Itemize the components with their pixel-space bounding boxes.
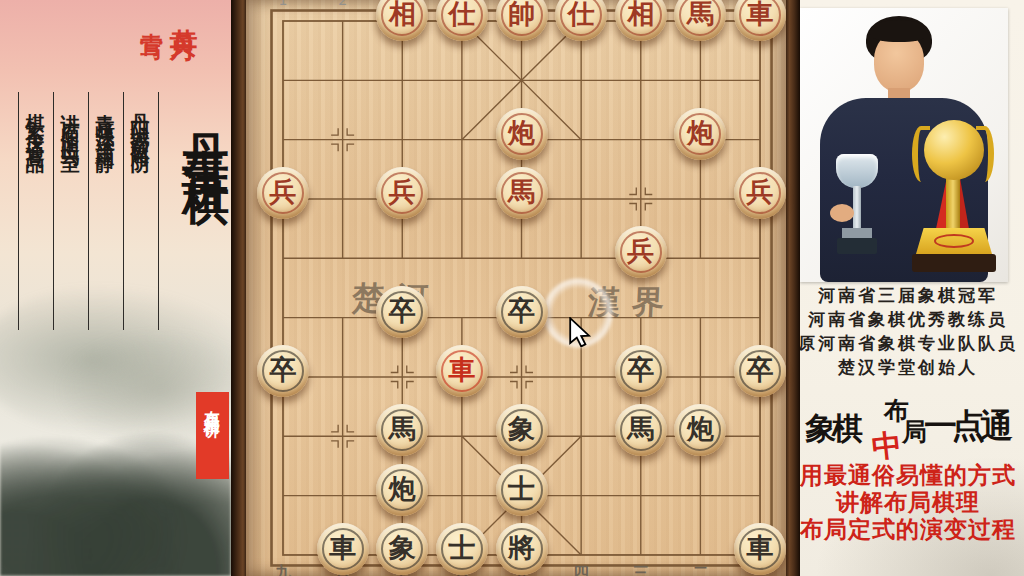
poem-line: 讲席旧逢山鸟至 bbox=[53, 98, 88, 328]
slogan-line: 用最通俗易懂的方式 bbox=[800, 462, 1024, 489]
piece-glyph: 士 bbox=[436, 523, 488, 575]
file-label-bottom: 四 bbox=[569, 563, 593, 576]
video-frame: 青写 黄丹 丹阳城南秋海阴青嶂浅深当雨静讲席旧逢山鸟至棋玄不厌通高品 丹青讲棋 … bbox=[0, 0, 1024, 576]
piece-glyph: 兵 bbox=[615, 226, 667, 278]
piece-black-象[interactable]: 象 bbox=[376, 523, 428, 575]
piece-red-仕[interactable]: 仕 bbox=[555, 0, 607, 41]
board-frame-right bbox=[786, 0, 800, 576]
mouse-cursor bbox=[569, 317, 595, 347]
piece-black-炮[interactable]: 炮 bbox=[376, 464, 428, 516]
piece-glyph: 仕 bbox=[555, 0, 607, 41]
piece-black-炮[interactable]: 炮 bbox=[674, 404, 726, 456]
piece-black-象[interactable]: 象 bbox=[496, 404, 548, 456]
piece-black-卒[interactable]: 卒 bbox=[496, 286, 548, 338]
photo-fringe bbox=[870, 20, 928, 42]
piece-black-卒[interactable]: 卒 bbox=[257, 345, 309, 397]
file-label-bottom: 九 bbox=[271, 563, 295, 576]
piece-red-相[interactable]: 相 bbox=[615, 0, 667, 41]
piece-red-帥[interactable]: 帥 bbox=[496, 0, 548, 41]
piece-glyph: 馬 bbox=[496, 167, 548, 219]
brand-logo: 象棋 布 局 中 一点通 bbox=[800, 394, 1024, 460]
piece-glyph: 炮 bbox=[674, 108, 726, 160]
piece-glyph: 兵 bbox=[257, 167, 309, 219]
piece-red-兵[interactable]: 兵 bbox=[376, 167, 428, 219]
piece-black-車[interactable]: 車 bbox=[317, 523, 369, 575]
instructor-credentials: 河南省三届象棋冠军河南省象棋优秀教练员原河南省象棋专业队队员楚汉学堂创始人 bbox=[800, 284, 1024, 380]
credential-line: 河南省三届象棋冠军 bbox=[800, 284, 1024, 308]
seal-right: 黄丹 bbox=[169, 6, 197, 26]
credential-line: 楚汉学堂创始人 bbox=[800, 356, 1024, 380]
piece-glyph: 車 bbox=[734, 523, 786, 575]
piece-glyph: 仕 bbox=[436, 0, 488, 41]
piece-glyph: 車 bbox=[436, 345, 488, 397]
piece-black-馬[interactable]: 馬 bbox=[376, 404, 428, 456]
logo-xiangqi: 象棋 bbox=[805, 408, 859, 450]
logo-yidiantong: 一点通 bbox=[924, 404, 1008, 449]
slogan-line: 布局定式的演变过程 bbox=[800, 516, 1024, 543]
course-slogans: 用最通俗易懂的方式讲解布局棋理布局定式的演变过程 bbox=[800, 462, 1024, 543]
piece-black-卒[interactable]: 卒 bbox=[734, 345, 786, 397]
series-badge: 布局精讲 bbox=[196, 392, 229, 479]
poem-line: 丹阳城南秋海阴 bbox=[123, 98, 158, 328]
piece-glyph: 馬 bbox=[376, 404, 428, 456]
piece-glyph: 炮 bbox=[496, 108, 548, 160]
piece-red-炮[interactable]: 炮 bbox=[496, 108, 548, 160]
right-info-panel: 河南省三届象棋冠军河南省象棋优秀教练员原河南省象棋专业队队员楚汉学堂创始人 象棋… bbox=[800, 0, 1024, 576]
piece-glyph: 卒 bbox=[615, 345, 667, 397]
piece-black-將[interactable]: 將 bbox=[496, 523, 548, 575]
piece-glyph: 相 bbox=[376, 0, 428, 41]
piece-red-車[interactable]: 車 bbox=[436, 345, 488, 397]
show-title: 丹青讲棋 bbox=[182, 96, 230, 386]
piece-glyph: 兵 bbox=[376, 167, 428, 219]
piece-glyph: 象 bbox=[376, 523, 428, 575]
calligraphy-seals: 青写 黄丹 bbox=[140, 6, 220, 26]
piece-glyph: 炮 bbox=[674, 404, 726, 456]
gold-trophy bbox=[912, 116, 1002, 282]
piece-red-馬[interactable]: 馬 bbox=[674, 0, 726, 41]
piece-black-士[interactable]: 士 bbox=[496, 464, 548, 516]
piece-glyph: 象 bbox=[496, 404, 548, 456]
piece-glyph: 卒 bbox=[496, 286, 548, 338]
piece-red-兵[interactable]: 兵 bbox=[257, 167, 309, 219]
piece-red-兵[interactable]: 兵 bbox=[615, 226, 667, 278]
poem-line: 青嶂浅深当雨静 bbox=[88, 98, 123, 328]
piece-glyph: 士 bbox=[496, 464, 548, 516]
piece-red-仕[interactable]: 仕 bbox=[436, 0, 488, 41]
piece-black-士[interactable]: 士 bbox=[436, 523, 488, 575]
piece-glyph: 馬 bbox=[674, 0, 726, 41]
file-label-top: 2 bbox=[331, 0, 355, 8]
slogan-line: 讲解布局棋理 bbox=[800, 489, 1024, 516]
file-label-top: 1 bbox=[271, 0, 295, 8]
file-label-bottom: 三 bbox=[629, 563, 653, 576]
photo-hand bbox=[830, 204, 854, 222]
piece-glyph: 卒 bbox=[376, 286, 428, 338]
piece-black-馬[interactable]: 馬 bbox=[615, 404, 667, 456]
piece-glyph: 卒 bbox=[734, 345, 786, 397]
piece-red-炮[interactable]: 炮 bbox=[674, 108, 726, 160]
piece-black-卒[interactable]: 卒 bbox=[376, 286, 428, 338]
credential-line: 河南省象棋优秀教练员 bbox=[800, 308, 1024, 332]
piece-glyph: 車 bbox=[734, 0, 786, 41]
piece-glyph: 相 bbox=[615, 0, 667, 41]
credential-line: 原河南省象棋专业队队员 bbox=[800, 332, 1024, 356]
piece-black-卒[interactable]: 卒 bbox=[615, 345, 667, 397]
piece-glyph: 卒 bbox=[257, 345, 309, 397]
seal-left: 青写 bbox=[140, 14, 163, 26]
piece-black-車[interactable]: 車 bbox=[734, 523, 786, 575]
piece-red-兵[interactable]: 兵 bbox=[734, 167, 786, 219]
piece-red-車[interactable]: 車 bbox=[734, 0, 786, 41]
piece-red-相[interactable]: 相 bbox=[376, 0, 428, 41]
piece-glyph: 帥 bbox=[496, 0, 548, 41]
piece-glyph: 馬 bbox=[615, 404, 667, 456]
poem-line: 棋玄不厌通高品 bbox=[18, 98, 53, 328]
piece-red-馬[interactable]: 馬 bbox=[496, 167, 548, 219]
instructor-photo bbox=[800, 8, 1008, 282]
piece-glyph: 將 bbox=[496, 523, 548, 575]
piece-glyph: 車 bbox=[317, 523, 369, 575]
left-art-panel: 青写 黄丹 丹阳城南秋海阴青嶂浅深当雨静讲席旧逢山鸟至棋玄不厌通高品 丹青讲棋 … bbox=[0, 0, 231, 576]
acrostic-poem: 丹阳城南秋海阴青嶂浅深当雨静讲席旧逢山鸟至棋玄不厌通高品 bbox=[18, 92, 159, 332]
board-frame-left bbox=[231, 0, 246, 576]
piece-glyph: 兵 bbox=[734, 167, 786, 219]
file-label-bottom: 二 bbox=[688, 563, 712, 576]
piece-glyph: 炮 bbox=[376, 464, 428, 516]
